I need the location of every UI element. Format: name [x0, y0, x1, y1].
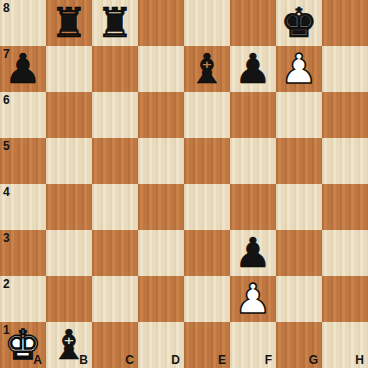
square-f5[interactable] — [230, 138, 276, 184]
square-f2[interactable]: ♟ — [230, 276, 276, 322]
square-a7[interactable]: 7♟ — [0, 46, 46, 92]
square-f4[interactable] — [230, 184, 276, 230]
square-d1[interactable]: D — [138, 322, 184, 368]
rank-label-3: 3 — [3, 232, 10, 244]
square-e3[interactable] — [184, 230, 230, 276]
square-d5[interactable] — [138, 138, 184, 184]
square-d6[interactable] — [138, 92, 184, 138]
square-a5[interactable]: 5 — [0, 138, 46, 184]
square-b4[interactable] — [46, 184, 92, 230]
square-g4[interactable] — [276, 184, 322, 230]
square-f3[interactable]: ♟ — [230, 230, 276, 276]
square-b8[interactable]: ♜ — [46, 0, 92, 46]
piece-white-king[interactable]: ♚ — [0, 322, 46, 368]
square-a3[interactable]: 3 — [0, 230, 46, 276]
rank-label-6: 6 — [3, 94, 10, 106]
square-a8[interactable]: 8 — [0, 0, 46, 46]
square-a4[interactable]: 4 — [0, 184, 46, 230]
file-label-d: D — [171, 354, 180, 366]
square-d4[interactable] — [138, 184, 184, 230]
square-f1[interactable]: F — [230, 322, 276, 368]
rank-label-4: 4 — [3, 186, 10, 198]
file-label-c: C — [125, 354, 134, 366]
square-g1[interactable]: G — [276, 322, 322, 368]
square-b5[interactable] — [46, 138, 92, 184]
square-h2[interactable] — [322, 276, 368, 322]
square-e5[interactable] — [184, 138, 230, 184]
square-c2[interactable] — [92, 276, 138, 322]
file-label-f: F — [265, 354, 272, 366]
file-label-h: H — [355, 354, 364, 366]
file-label-e: E — [218, 354, 226, 366]
square-b3[interactable] — [46, 230, 92, 276]
piece-black-bishop[interactable]: ♝ — [184, 46, 230, 92]
square-d2[interactable] — [138, 276, 184, 322]
square-h8[interactable] — [322, 0, 368, 46]
piece-white-pawn[interactable]: ♟ — [230, 276, 276, 322]
square-b1[interactable]: B♝ — [46, 322, 92, 368]
square-f8[interactable] — [230, 0, 276, 46]
piece-black-bishop[interactable]: ♝ — [46, 322, 92, 368]
rank-label-2: 2 — [3, 278, 10, 290]
square-d7[interactable] — [138, 46, 184, 92]
square-c5[interactable] — [92, 138, 138, 184]
square-h6[interactable] — [322, 92, 368, 138]
square-c1[interactable]: C — [92, 322, 138, 368]
square-c3[interactable] — [92, 230, 138, 276]
square-g8[interactable]: ♚ — [276, 0, 322, 46]
rank-label-8: 8 — [3, 2, 10, 14]
piece-black-pawn[interactable]: ♟ — [0, 46, 46, 92]
square-g6[interactable] — [276, 92, 322, 138]
piece-black-pawn[interactable]: ♟ — [230, 230, 276, 276]
square-a1[interactable]: 1A♚ — [0, 322, 46, 368]
square-e6[interactable] — [184, 92, 230, 138]
square-h7[interactable] — [322, 46, 368, 92]
square-g5[interactable] — [276, 138, 322, 184]
piece-white-pawn[interactable]: ♟ — [276, 46, 322, 92]
square-g7[interactable]: ♟ — [276, 46, 322, 92]
piece-black-king[interactable]: ♚ — [276, 0, 322, 46]
square-h4[interactable] — [322, 184, 368, 230]
piece-black-rook[interactable]: ♜ — [92, 0, 138, 46]
file-label-g: G — [309, 354, 318, 366]
square-b2[interactable] — [46, 276, 92, 322]
square-e2[interactable] — [184, 276, 230, 322]
square-e8[interactable] — [184, 0, 230, 46]
square-c8[interactable]: ♜ — [92, 0, 138, 46]
piece-black-pawn[interactable]: ♟ — [230, 46, 276, 92]
chess-board: 8♜♜♚7♟♝♟♟6543♟2♟1A♚B♝CDEFGH — [0, 0, 368, 368]
square-f6[interactable] — [230, 92, 276, 138]
square-e7[interactable]: ♝ — [184, 46, 230, 92]
square-g3[interactable] — [276, 230, 322, 276]
square-d8[interactable] — [138, 0, 184, 46]
square-g2[interactable] — [276, 276, 322, 322]
piece-black-rook[interactable]: ♜ — [46, 0, 92, 46]
square-c7[interactable] — [92, 46, 138, 92]
rank-label-5: 5 — [3, 140, 10, 152]
square-c6[interactable] — [92, 92, 138, 138]
square-e1[interactable]: E — [184, 322, 230, 368]
square-h1[interactable]: H — [322, 322, 368, 368]
square-a6[interactable]: 6 — [0, 92, 46, 138]
square-h3[interactable] — [322, 230, 368, 276]
square-h5[interactable] — [322, 138, 368, 184]
square-f7[interactable]: ♟ — [230, 46, 276, 92]
square-d3[interactable] — [138, 230, 184, 276]
square-c4[interactable] — [92, 184, 138, 230]
square-a2[interactable]: 2 — [0, 276, 46, 322]
square-e4[interactable] — [184, 184, 230, 230]
square-b6[interactable] — [46, 92, 92, 138]
square-b7[interactable] — [46, 46, 92, 92]
